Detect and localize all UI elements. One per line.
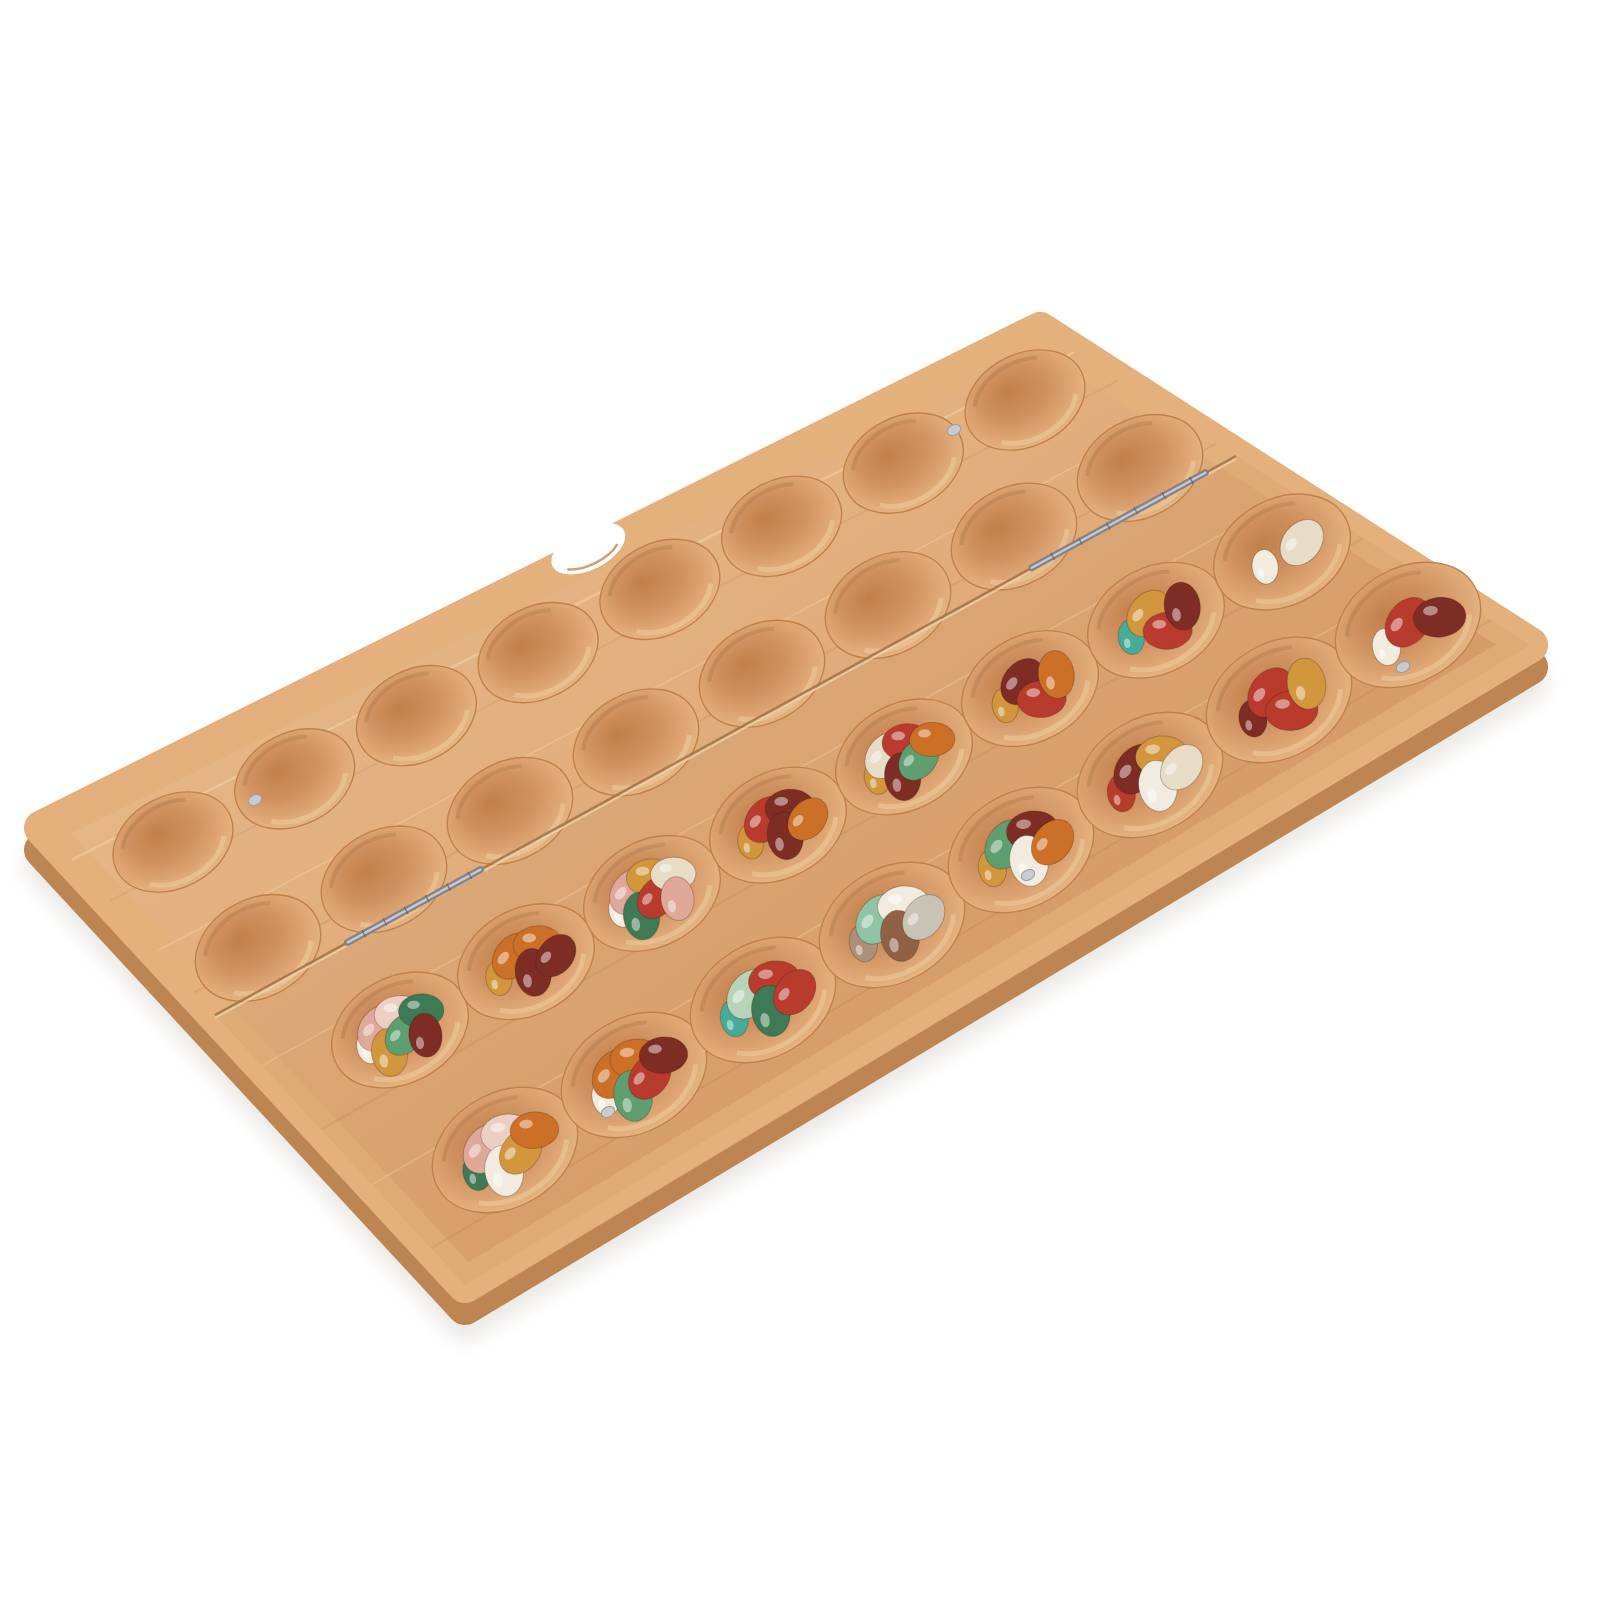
mancala-board [0,0,1600,1600]
product-photo [0,0,1600,1600]
